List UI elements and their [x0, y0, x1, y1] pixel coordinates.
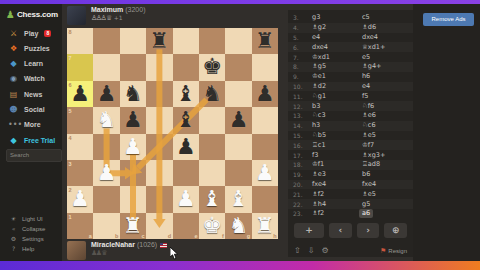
settings-icon: ⚙: [9, 235, 18, 242]
move-row-10: 10.♗d2e4: [288, 82, 413, 92]
square-d1[interactable]: d: [146, 213, 172, 239]
white-move[interactable]: ♖c1: [309, 141, 359, 150]
move-number: 21.: [288, 191, 309, 198]
bottom-player-captured-pieces: ♟♟ ♛: [91, 249, 167, 257]
square-g3[interactable]: [225, 160, 251, 186]
piece-black-p-a6[interactable]: ♟: [67, 81, 93, 107]
piece-black-p-c5[interactable]: ♟: [120, 107, 146, 133]
move-row-23: 23.♗f2a6: [288, 209, 413, 219]
move-number: 13.: [288, 112, 309, 119]
square-c5[interactable]: ♟: [120, 107, 146, 133]
move-list-panel: 3.g3c54.♗g2♗d65.e4dxe46.dxe4♕xd1+7.♔xd1e…: [288, 10, 413, 257]
move-row-14: 14.h3♘c6: [288, 121, 413, 131]
sidebar-util-collapse[interactable]: «Collapse: [9, 224, 45, 233]
piece-white-p-c4[interactable]: ♟: [120, 134, 146, 160]
add-move-button[interactable]: +: [294, 223, 324, 238]
move-row-7: 7.♔xd1e5: [288, 52, 413, 62]
piece-black-r-h8[interactable]: ♜: [252, 28, 278, 54]
white-move[interactable]: ♘b5: [309, 131, 359, 140]
square-g1[interactable]: g♞: [225, 213, 251, 239]
sidebar-util-help[interactable]: ?Help: [9, 244, 34, 253]
square-e6[interactable]: ♝: [173, 81, 199, 107]
sidebar-item-news[interactable]: ▤News: [8, 88, 42, 100]
piece-black-p-e4[interactable]: ♟: [173, 134, 199, 160]
square-a1[interactable]: 1a: [67, 213, 93, 239]
square-f1[interactable]: f♚: [199, 213, 225, 239]
piece-white-n-g1[interactable]: ♞: [225, 213, 251, 239]
square-f7[interactable]: ♚: [199, 54, 225, 80]
square-a8[interactable]: 8: [67, 28, 93, 54]
move-number: 6.: [288, 44, 309, 51]
square-a2[interactable]: 2♟: [67, 186, 93, 212]
diamond-icon: ◆: [8, 136, 19, 145]
square-e3[interactable]: [173, 160, 199, 186]
search-input[interactable]: Search: [6, 149, 62, 162]
square-c4[interactable]: ♟: [120, 134, 146, 160]
square-g6[interactable]: [225, 81, 251, 107]
white-move[interactable]: b3: [309, 102, 359, 111]
piece-white-b-f2[interactable]: ♝: [199, 186, 225, 212]
square-b5[interactable]: ♞: [93, 107, 119, 133]
move-row-6: 6.dxe4♕xd1+: [288, 42, 413, 52]
square-f4[interactable]: [199, 134, 225, 160]
white-move[interactable]: ♘g1: [309, 92, 359, 101]
panel-footer: ⇧⇩⚙ ⚑ Resign: [294, 246, 407, 255]
square-h2[interactable]: [252, 186, 278, 212]
move-number: 15.: [288, 132, 309, 139]
move-row-18: 18.♔f1♖ad8: [288, 160, 413, 170]
black-move[interactable]: ♗g4+: [359, 62, 409, 71]
move-row-11: 11.♘g1f5: [288, 91, 413, 101]
watch-icon: ◉: [8, 74, 19, 83]
share-icon[interactable]: ⇧: [294, 246, 301, 255]
square-b4[interactable]: [93, 134, 119, 160]
logo-pawn-icon: ♟: [6, 9, 15, 20]
square-f5[interactable]: [199, 107, 225, 133]
piece-black-r-d8[interactable]: ♜: [146, 28, 172, 54]
move-number: 17.: [288, 152, 309, 159]
learn-icon: ◆: [8, 59, 19, 68]
piece-black-b-e6[interactable]: ♝: [173, 81, 199, 107]
sidebar-item-learn[interactable]: ◆Learn: [8, 58, 43, 70]
square-g8[interactable]: [225, 28, 251, 54]
notification-badge: 8: [44, 30, 51, 37]
square-b3[interactable]: ♟: [93, 160, 119, 186]
move-number: 16.: [288, 142, 309, 149]
piece-white-p-b3[interactable]: ♟: [93, 160, 119, 186]
move-row-16: 16.♖c1♔f7: [288, 140, 413, 150]
square-f3[interactable]: [199, 160, 225, 186]
sidebar-item-more[interactable]: •••More: [8, 119, 41, 131]
white-move[interactable]: dxe4: [309, 43, 359, 52]
sidebar-util-settings[interactable]: ⚙Settings: [9, 234, 44, 243]
black-move[interactable]: g5: [359, 200, 409, 209]
square-e1[interactable]: e: [173, 213, 199, 239]
black-move[interactable]: a6: [359, 209, 409, 218]
material-advantage: +1: [114, 14, 123, 21]
bottom-player-name[interactable]: MiracleNahar (1026): [91, 241, 167, 249]
move-number: 12.: [288, 103, 309, 110]
sidebar: ♟ Chess.com ⚔Play8❖Puzzles◆Learn◉Watch▤N…: [0, 4, 62, 261]
move-row-4: 4.♗g2♗d6: [288, 23, 413, 33]
prev-move-button[interactable]: ‹: [329, 223, 352, 238]
download-icon[interactable]: ⇩: [308, 246, 315, 255]
move-number: 14.: [288, 122, 309, 129]
square-e5[interactable]: ♝: [173, 107, 199, 133]
top-player-captured-pieces: ♙♙♙ ♕+1: [91, 14, 145, 22]
help-icon: ?: [9, 245, 18, 252]
square-c7[interactable]: [120, 54, 146, 80]
white-move[interactable]: g3: [309, 13, 359, 22]
file-label: b: [115, 233, 118, 239]
black-move[interactable]: ♗e5: [359, 131, 409, 140]
file-label: e: [194, 233, 197, 239]
square-d4[interactable]: [146, 134, 172, 160]
move-row-3: 3.g3c5: [288, 13, 413, 23]
analysis-button[interactable]: ⊕: [384, 223, 407, 238]
flag-icon: ⚑: [380, 247, 386, 255]
piece-white-r-c1[interactable]: ♜: [120, 213, 146, 239]
white-move[interactable]: ♗g5: [309, 62, 359, 71]
square-e8[interactable]: [173, 28, 199, 54]
move-number: 23.: [288, 210, 309, 217]
sidebar-item-social[interactable]: ☻Social: [8, 104, 45, 116]
square-h1[interactable]: h♜: [252, 213, 278, 239]
black-move[interactable]: f5: [359, 92, 409, 101]
square-a3[interactable]: 3: [67, 160, 93, 186]
square-h6[interactable]: ♟: [252, 81, 278, 107]
square-f6[interactable]: ♞: [199, 81, 225, 107]
square-h4[interactable]: [252, 134, 278, 160]
move-number: 4.: [288, 24, 309, 31]
next-move-button[interactable]: ›: [357, 223, 380, 238]
black-move[interactable]: b6: [359, 170, 409, 179]
move-number: 3.: [288, 14, 309, 21]
move-number: 7.: [288, 54, 309, 61]
square-b6[interactable]: ♟: [93, 81, 119, 107]
square-g7[interactable]: [225, 54, 251, 80]
white-move[interactable]: ♗h4: [309, 200, 359, 209]
rank-label: 8: [69, 29, 72, 35]
file-label: a: [89, 233, 92, 239]
chess-board[interactable]: 8♜♜7♚6♟♟♞♝♞♟5♞♟♝♟4♟♟3♟♟2♟♟♝♝1abc♜def♚g♞h…: [67, 28, 278, 239]
square-b7[interactable]: [93, 54, 119, 80]
move-toolbar: +‹›⊕: [294, 223, 407, 238]
square-a5[interactable]: 5: [67, 107, 93, 133]
rank-label: 3: [69, 161, 72, 167]
white-move[interactable]: ♗f2: [309, 209, 359, 218]
piece-white-n-b5[interactable]: ♞: [93, 107, 119, 133]
play-icon: ⚔: [8, 29, 19, 38]
white-move[interactable]: ♗d2: [309, 82, 359, 91]
square-d3[interactable]: [146, 160, 172, 186]
bottom-player-rating: (1026): [137, 241, 157, 248]
move-number: 19.: [288, 171, 309, 178]
sidebar-item-play[interactable]: ⚔Play8: [8, 27, 51, 39]
social-icon: ☻: [8, 105, 19, 114]
square-h8[interactable]: ♜: [252, 28, 278, 54]
top-player-avatar[interactable]: [67, 6, 86, 25]
black-move[interactable]: e4: [359, 82, 409, 91]
move-row-17: 17.f3♗xg3+: [288, 150, 413, 160]
white-move[interactable]: ♔xd1: [309, 53, 359, 62]
window-top-strip: [0, 0, 480, 4]
white-move[interactable]: ♗f2: [309, 190, 359, 199]
square-c1[interactable]: c♜: [120, 213, 146, 239]
puzzles-icon: ❖: [8, 44, 19, 53]
news-icon: ▤: [8, 90, 19, 99]
square-c3[interactable]: [120, 160, 146, 186]
light-ui-icon: ☀: [9, 215, 18, 222]
square-a4[interactable]: 4: [67, 134, 93, 160]
square-d5[interactable]: [146, 107, 172, 133]
move-row-9: 9.♔e1h6: [288, 72, 413, 82]
piece-black-p-h6[interactable]: ♟: [252, 81, 278, 107]
piece-black-n-c6[interactable]: ♞: [120, 81, 146, 107]
bottom-player-avatar[interactable]: [67, 241, 86, 260]
right-gutter: [413, 4, 480, 261]
piece-white-p-e2[interactable]: ♟: [173, 186, 199, 212]
black-move[interactable]: ♘c6: [359, 121, 409, 130]
move-number: 18.: [288, 161, 309, 168]
white-move[interactable]: h3: [309, 121, 359, 130]
move-row-20: 20.fxe4fxe4: [288, 180, 413, 190]
square-f2[interactable]: ♝: [199, 186, 225, 212]
square-h7[interactable]: [252, 54, 278, 80]
square-c8[interactable]: [120, 28, 146, 54]
move-number: 5.: [288, 34, 309, 41]
square-a7[interactable]: 7: [67, 54, 93, 80]
square-a6[interactable]: 6♟: [67, 81, 93, 107]
black-move[interactable]: ♘f6: [359, 102, 409, 111]
square-f8[interactable]: [199, 28, 225, 54]
square-d6[interactable]: [146, 81, 172, 107]
black-move[interactable]: ♖ad8: [359, 160, 409, 169]
black-move[interactable]: ♗xg3+: [359, 151, 409, 160]
collapse-icon: «: [9, 225, 18, 232]
sidebar-item-free-trial[interactable]: ◆Free Trial: [8, 134, 55, 146]
white-move[interactable]: ♗g2: [309, 23, 359, 32]
white-move[interactable]: e4: [309, 33, 359, 42]
move-list: 3.g3c54.♗g2♗d65.e4dxe46.dxe4♕xd1+7.♔xd1e…: [288, 13, 413, 219]
black-move[interactable]: ♗d6: [359, 23, 409, 32]
white-move[interactable]: ♔e1: [309, 72, 359, 81]
white-move[interactable]: ♔f1: [309, 160, 359, 169]
black-move[interactable]: dxe4: [359, 33, 409, 42]
square-b2[interactable]: [93, 186, 119, 212]
square-b8[interactable]: [93, 28, 119, 54]
move-row-19: 19.♗e3b6: [288, 170, 413, 180]
move-number: 9.: [288, 73, 309, 80]
square-d2[interactable]: [146, 186, 172, 212]
black-move[interactable]: fxe4: [359, 180, 409, 189]
square-c2[interactable]: [120, 186, 146, 212]
us-flag-icon: [160, 243, 167, 248]
square-g4[interactable]: [225, 134, 251, 160]
square-d7[interactable]: [146, 54, 172, 80]
black-move[interactable]: e5: [359, 53, 409, 62]
piece-white-r-h1[interactable]: ♜: [252, 213, 278, 239]
resign-button[interactable]: ⚑ Resign: [380, 247, 407, 255]
piece-black-n-f6[interactable]: ♞: [199, 81, 225, 107]
top-player-rating: (3200): [125, 6, 145, 13]
white-move[interactable]: fxe4: [309, 180, 359, 189]
square-h3[interactable]: ♟: [252, 160, 278, 186]
move-row-15: 15.♘b5♗e5: [288, 131, 413, 141]
black-move[interactable]: ♗e6: [359, 111, 409, 120]
top-player-name[interactable]: Maximum (3200): [91, 6, 145, 14]
piece-white-k-f1[interactable]: ♚: [199, 213, 225, 239]
black-move[interactable]: ♗e5: [359, 190, 409, 199]
move-number: 20.: [288, 181, 309, 188]
white-move[interactable]: f3: [309, 151, 359, 160]
chesscom-logo[interactable]: ♟ Chess.com: [6, 9, 58, 20]
black-move[interactable]: c5: [359, 13, 409, 22]
black-move[interactable]: ♔f7: [359, 141, 409, 150]
sidebar-item-puzzles[interactable]: ❖Puzzles: [8, 42, 50, 54]
square-e2[interactable]: ♟: [173, 186, 199, 212]
piece-white-p-a2[interactable]: ♟: [67, 186, 93, 212]
move-number: 8.: [288, 63, 309, 70]
settings-icon[interactable]: ⚙: [321, 246, 328, 255]
move-number: 22.: [288, 201, 309, 208]
square-e4[interactable]: ♟: [173, 134, 199, 160]
move-row-5: 5.e4dxe4: [288, 33, 413, 43]
more-icon: •••: [8, 120, 19, 129]
sidebar-util-light-ui[interactable]: ☀Light UI: [9, 214, 43, 223]
black-move[interactable]: h6: [359, 72, 409, 81]
file-label: d: [168, 233, 171, 239]
square-g2[interactable]: ♝: [225, 186, 251, 212]
piece-white-p-h3[interactable]: ♟: [252, 160, 278, 186]
top-player-bar: Maximum (3200) ♙♙♙ ♕+1: [67, 6, 145, 28]
square-c6[interactable]: ♞: [120, 81, 146, 107]
move-row-21: 21.♗f2♗e5: [288, 189, 413, 199]
move-row-8: 8.♗g5♗g4+: [288, 62, 413, 72]
square-h5[interactable]: [252, 107, 278, 133]
square-d8[interactable]: ♜: [146, 28, 172, 54]
piece-black-k-f7[interactable]: ♚: [199, 54, 225, 80]
move-number: 11.: [288, 93, 309, 100]
bottom-player-bar: MiracleNahar (1026) ♟♟ ♛: [67, 241, 167, 263]
piece-black-b-e5[interactable]: ♝: [173, 107, 199, 133]
square-b1[interactable]: b: [93, 213, 119, 239]
white-move[interactable]: ♘c3: [309, 111, 359, 120]
move-row-22: 22.♗h4g5: [288, 199, 413, 209]
logo-text: Chess.com: [17, 10, 58, 19]
white-move[interactable]: ♗e3: [309, 170, 359, 179]
black-move[interactable]: ♕xd1+: [359, 43, 409, 52]
square-g5[interactable]: ♟: [225, 107, 251, 133]
rank-label: 4: [69, 135, 72, 141]
piece-white-b-g2[interactable]: ♝: [225, 186, 251, 212]
rank-label: 5: [69, 108, 72, 114]
piece-black-p-b6[interactable]: ♟: [93, 81, 119, 107]
square-e7[interactable]: [173, 54, 199, 80]
rank-label: 7: [69, 55, 72, 61]
move-number: 10.: [288, 83, 309, 90]
piece-black-p-g5[interactable]: ♟: [225, 107, 251, 133]
move-row-12: 12.b3♘f6: [288, 101, 413, 111]
sidebar-item-watch[interactable]: ◉Watch: [8, 73, 45, 85]
move-row-13: 13.♘c3♗e6: [288, 111, 413, 121]
rank-label: 1: [69, 214, 72, 220]
remove-ads-button[interactable]: Remove Ads: [423, 13, 474, 26]
